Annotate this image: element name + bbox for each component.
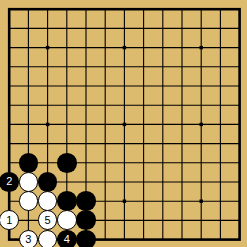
white-stone [38, 191, 58, 211]
black-stone [38, 172, 58, 192]
black-stone [19, 153, 39, 173]
white-stone-move-3: 3 [19, 230, 39, 247]
white-stone-move-1: 1 [0, 210, 19, 230]
black-stone-move-2: 2 [0, 172, 19, 192]
black-stone [76, 230, 96, 247]
white-stone-move-5: 5 [38, 210, 58, 230]
go-board-diagram: 21534 [0, 0, 247, 247]
white-stone [19, 172, 39, 192]
black-stone [57, 191, 77, 211]
white-stone [57, 210, 77, 230]
black-stone [76, 191, 96, 211]
white-stone [38, 230, 58, 247]
black-stone-move-4: 4 [57, 230, 77, 247]
white-stone [19, 191, 39, 211]
black-stone [76, 210, 96, 230]
black-stone [57, 153, 77, 173]
stones-layer: 21534 [0, 0, 247, 247]
